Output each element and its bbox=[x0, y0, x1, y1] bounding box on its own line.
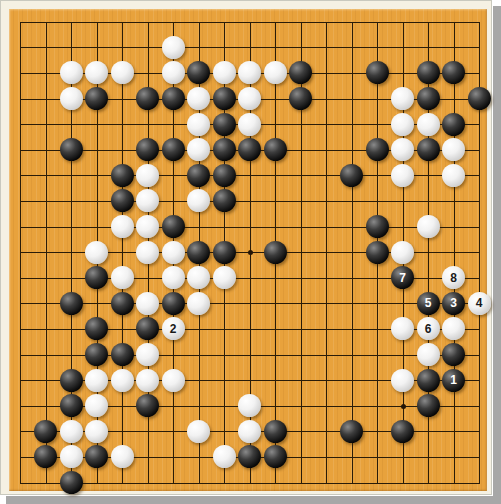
board-point[interactable] bbox=[186, 111, 212, 137]
white-stone[interactable] bbox=[111, 369, 134, 392]
board-point[interactable] bbox=[135, 418, 161, 444]
board-point[interactable] bbox=[237, 367, 263, 393]
board-point[interactable] bbox=[109, 35, 135, 61]
board-point[interactable] bbox=[288, 367, 314, 393]
board-point[interactable] bbox=[466, 393, 492, 419]
board-point[interactable] bbox=[84, 162, 110, 188]
board-point[interactable]: 3 bbox=[441, 290, 467, 316]
black-stone[interactable] bbox=[289, 87, 312, 110]
board-point[interactable] bbox=[84, 342, 110, 368]
board-point[interactable] bbox=[237, 214, 263, 240]
board-point[interactable] bbox=[339, 9, 365, 35]
board-point[interactable] bbox=[135, 367, 161, 393]
board-point[interactable] bbox=[237, 290, 263, 316]
board-point[interactable] bbox=[84, 239, 110, 265]
black-stone[interactable] bbox=[187, 241, 210, 264]
board-point[interactable] bbox=[288, 35, 314, 61]
board-point[interactable] bbox=[262, 342, 288, 368]
board-point[interactable] bbox=[58, 470, 84, 496]
board-point[interactable] bbox=[262, 60, 288, 86]
board-point[interactable] bbox=[160, 265, 186, 291]
board-point[interactable] bbox=[33, 111, 59, 137]
board-point[interactable] bbox=[313, 290, 339, 316]
black-stone[interactable]: 3 bbox=[442, 292, 465, 315]
black-stone[interactable] bbox=[340, 420, 363, 443]
board-point[interactable] bbox=[288, 137, 314, 163]
white-stone[interactable] bbox=[238, 420, 261, 443]
board-point[interactable] bbox=[211, 418, 237, 444]
board-point[interactable] bbox=[186, 239, 212, 265]
board-point[interactable] bbox=[415, 367, 441, 393]
black-stone[interactable] bbox=[85, 266, 108, 289]
board-point[interactable] bbox=[466, 239, 492, 265]
board-point[interactable] bbox=[211, 290, 237, 316]
board-point[interactable] bbox=[441, 342, 467, 368]
board-point[interactable] bbox=[160, 418, 186, 444]
board-point[interactable] bbox=[109, 214, 135, 240]
board-point[interactable] bbox=[58, 86, 84, 112]
board-point[interactable] bbox=[262, 137, 288, 163]
black-stone[interactable] bbox=[264, 445, 287, 468]
board-point[interactable] bbox=[84, 9, 110, 35]
board-point[interactable] bbox=[160, 214, 186, 240]
board-point[interactable] bbox=[160, 470, 186, 496]
black-stone[interactable] bbox=[468, 87, 491, 110]
board-point[interactable] bbox=[237, 239, 263, 265]
board-point[interactable] bbox=[415, 35, 441, 61]
board-point[interactable] bbox=[262, 214, 288, 240]
board-point[interactable] bbox=[58, 367, 84, 393]
board-point[interactable] bbox=[390, 86, 416, 112]
board-point[interactable] bbox=[466, 35, 492, 61]
board-point[interactable] bbox=[135, 342, 161, 368]
white-stone[interactable] bbox=[391, 87, 414, 110]
white-stone[interactable]: 8 bbox=[442, 266, 465, 289]
white-stone[interactable] bbox=[85, 241, 108, 264]
board-point[interactable] bbox=[135, 470, 161, 496]
white-stone[interactable] bbox=[391, 113, 414, 136]
board-point[interactable] bbox=[466, 418, 492, 444]
black-stone[interactable] bbox=[34, 445, 57, 468]
board-point[interactable] bbox=[160, 367, 186, 393]
board-point[interactable] bbox=[186, 9, 212, 35]
black-stone[interactable] bbox=[136, 317, 159, 340]
white-stone[interactable] bbox=[213, 266, 236, 289]
board-point[interactable] bbox=[288, 214, 314, 240]
board-point[interactable] bbox=[364, 393, 390, 419]
black-stone[interactable] bbox=[60, 292, 83, 315]
board-point[interactable] bbox=[58, 35, 84, 61]
white-stone[interactable] bbox=[136, 241, 159, 264]
board-point[interactable] bbox=[135, 214, 161, 240]
board-point[interactable] bbox=[160, 342, 186, 368]
board-point[interactable] bbox=[84, 393, 110, 419]
board-point[interactable]: 2 bbox=[160, 316, 186, 342]
board-point[interactable] bbox=[339, 188, 365, 214]
board-point[interactable] bbox=[58, 9, 84, 35]
black-stone[interactable] bbox=[417, 394, 440, 417]
board-point[interactable] bbox=[339, 60, 365, 86]
white-stone[interactable] bbox=[417, 113, 440, 136]
white-stone[interactable] bbox=[391, 138, 414, 161]
black-stone[interactable] bbox=[111, 343, 134, 366]
board-point[interactable] bbox=[364, 342, 390, 368]
black-stone[interactable] bbox=[442, 61, 465, 84]
board-point[interactable] bbox=[415, 162, 441, 188]
board-point[interactable] bbox=[186, 393, 212, 419]
board-point[interactable] bbox=[390, 214, 416, 240]
board-point[interactable] bbox=[135, 444, 161, 470]
black-stone[interactable] bbox=[85, 343, 108, 366]
board-point[interactable] bbox=[288, 86, 314, 112]
board-point[interactable] bbox=[237, 188, 263, 214]
black-stone[interactable] bbox=[213, 241, 236, 264]
board-point[interactable] bbox=[262, 367, 288, 393]
board-point[interactable] bbox=[390, 60, 416, 86]
white-stone[interactable] bbox=[111, 266, 134, 289]
board-point[interactable] bbox=[135, 86, 161, 112]
white-stone[interactable]: 4 bbox=[468, 292, 491, 315]
board-point[interactable] bbox=[313, 265, 339, 291]
board-point[interactable] bbox=[262, 470, 288, 496]
white-stone[interactable] bbox=[442, 138, 465, 161]
board-point[interactable] bbox=[364, 444, 390, 470]
board-point[interactable] bbox=[262, 316, 288, 342]
board-point[interactable] bbox=[415, 342, 441, 368]
board-point[interactable] bbox=[33, 444, 59, 470]
board-point[interactable]: 1 bbox=[441, 367, 467, 393]
black-stone[interactable] bbox=[213, 138, 236, 161]
board-point[interactable] bbox=[109, 162, 135, 188]
board-point[interactable] bbox=[186, 342, 212, 368]
board-point[interactable] bbox=[364, 316, 390, 342]
black-stone[interactable] bbox=[162, 215, 185, 238]
board-point[interactable] bbox=[313, 86, 339, 112]
board-point[interactable] bbox=[58, 60, 84, 86]
black-stone[interactable] bbox=[264, 138, 287, 161]
board-point[interactable] bbox=[237, 111, 263, 137]
board-point[interactable] bbox=[7, 470, 33, 496]
black-stone[interactable] bbox=[366, 138, 389, 161]
board-point[interactable] bbox=[58, 111, 84, 137]
board-point[interactable] bbox=[313, 316, 339, 342]
board-point[interactable] bbox=[211, 60, 237, 86]
black-stone[interactable] bbox=[162, 292, 185, 315]
board-point[interactable] bbox=[135, 9, 161, 35]
black-stone[interactable]: 1 bbox=[442, 369, 465, 392]
board-point[interactable] bbox=[7, 265, 33, 291]
black-stone[interactable] bbox=[417, 87, 440, 110]
board-point[interactable] bbox=[135, 290, 161, 316]
board-point[interactable] bbox=[390, 188, 416, 214]
white-stone[interactable] bbox=[187, 113, 210, 136]
board-point[interactable] bbox=[313, 393, 339, 419]
black-stone[interactable] bbox=[366, 61, 389, 84]
board-point[interactable] bbox=[288, 290, 314, 316]
board-point[interactable] bbox=[466, 162, 492, 188]
board-point[interactable] bbox=[33, 265, 59, 291]
white-stone[interactable] bbox=[136, 215, 159, 238]
board-point[interactable] bbox=[288, 239, 314, 265]
board-point[interactable] bbox=[186, 316, 212, 342]
black-stone[interactable] bbox=[136, 87, 159, 110]
board-point[interactable] bbox=[211, 265, 237, 291]
board-point[interactable] bbox=[33, 60, 59, 86]
white-stone[interactable] bbox=[136, 292, 159, 315]
board-point[interactable] bbox=[160, 111, 186, 137]
board-point[interactable] bbox=[237, 444, 263, 470]
white-stone[interactable] bbox=[111, 215, 134, 238]
board-point[interactable] bbox=[441, 418, 467, 444]
board-point[interactable] bbox=[415, 60, 441, 86]
black-stone[interactable] bbox=[417, 369, 440, 392]
board-point[interactable] bbox=[7, 290, 33, 316]
board-point[interactable] bbox=[415, 86, 441, 112]
board-point[interactable] bbox=[441, 393, 467, 419]
board-point[interactable] bbox=[33, 162, 59, 188]
white-stone[interactable] bbox=[162, 369, 185, 392]
black-stone[interactable] bbox=[60, 138, 83, 161]
board-point[interactable] bbox=[84, 265, 110, 291]
board-point[interactable] bbox=[415, 9, 441, 35]
board-point[interactable] bbox=[390, 239, 416, 265]
board-point[interactable] bbox=[135, 239, 161, 265]
board-point[interactable] bbox=[339, 290, 365, 316]
board-point[interactable] bbox=[364, 9, 390, 35]
board-point[interactable] bbox=[339, 367, 365, 393]
board-point[interactable] bbox=[7, 111, 33, 137]
board-point[interactable] bbox=[7, 86, 33, 112]
board-point[interactable] bbox=[135, 316, 161, 342]
white-stone[interactable] bbox=[213, 445, 236, 468]
board-point[interactable] bbox=[186, 214, 212, 240]
board-point[interactable] bbox=[339, 86, 365, 112]
white-stone[interactable] bbox=[85, 61, 108, 84]
board-point[interactable] bbox=[160, 393, 186, 419]
board-point[interactable] bbox=[58, 265, 84, 291]
board-point[interactable] bbox=[33, 188, 59, 214]
board-point[interactable] bbox=[84, 444, 110, 470]
white-stone[interactable] bbox=[60, 87, 83, 110]
board-point[interactable] bbox=[186, 86, 212, 112]
board-point[interactable] bbox=[109, 60, 135, 86]
board-point[interactable] bbox=[364, 188, 390, 214]
board-point[interactable] bbox=[211, 137, 237, 163]
board-point[interactable] bbox=[288, 316, 314, 342]
board-point[interactable] bbox=[33, 9, 59, 35]
board-point[interactable] bbox=[313, 162, 339, 188]
board-point[interactable] bbox=[364, 111, 390, 137]
black-stone[interactable] bbox=[111, 164, 134, 187]
board-point[interactable] bbox=[211, 35, 237, 61]
board-point[interactable] bbox=[313, 367, 339, 393]
board-point[interactable] bbox=[7, 444, 33, 470]
board-point[interactable] bbox=[237, 86, 263, 112]
board-point[interactable] bbox=[109, 342, 135, 368]
white-stone[interactable] bbox=[187, 292, 210, 315]
board-point[interactable] bbox=[364, 239, 390, 265]
board-point[interactable] bbox=[33, 316, 59, 342]
board-point[interactable] bbox=[160, 290, 186, 316]
white-stone[interactable]: 2 bbox=[162, 317, 185, 340]
board-point[interactable] bbox=[441, 111, 467, 137]
board-point[interactable] bbox=[237, 162, 263, 188]
white-stone[interactable]: 6 bbox=[417, 317, 440, 340]
board-point[interactable] bbox=[211, 111, 237, 137]
board-point[interactable] bbox=[211, 9, 237, 35]
white-stone[interactable] bbox=[162, 241, 185, 264]
board-point[interactable] bbox=[313, 60, 339, 86]
board-point[interactable] bbox=[84, 214, 110, 240]
black-stone[interactable]: 5 bbox=[417, 292, 440, 315]
board-point[interactable] bbox=[58, 393, 84, 419]
board-point[interactable] bbox=[186, 418, 212, 444]
board-point[interactable] bbox=[415, 214, 441, 240]
white-stone[interactable] bbox=[417, 343, 440, 366]
white-stone[interactable] bbox=[162, 36, 185, 59]
board-point[interactable] bbox=[339, 342, 365, 368]
board-point[interactable] bbox=[211, 162, 237, 188]
board-point[interactable] bbox=[109, 367, 135, 393]
board-point[interactable] bbox=[364, 470, 390, 496]
black-stone[interactable] bbox=[111, 292, 134, 315]
board-point[interactable] bbox=[58, 188, 84, 214]
white-stone[interactable] bbox=[391, 317, 414, 340]
board-point[interactable] bbox=[7, 9, 33, 35]
board-point[interactable] bbox=[237, 60, 263, 86]
board-point[interactable] bbox=[211, 86, 237, 112]
board-point[interactable] bbox=[415, 265, 441, 291]
board-point[interactable] bbox=[262, 290, 288, 316]
board-point[interactable] bbox=[415, 393, 441, 419]
black-stone[interactable] bbox=[136, 394, 159, 417]
board-point[interactable] bbox=[441, 470, 467, 496]
board-point[interactable] bbox=[109, 188, 135, 214]
board-point[interactable] bbox=[211, 239, 237, 265]
board-point[interactable] bbox=[364, 290, 390, 316]
board-point[interactable] bbox=[364, 418, 390, 444]
board-point[interactable] bbox=[262, 86, 288, 112]
board-point[interactable] bbox=[7, 162, 33, 188]
board-point[interactable] bbox=[441, 60, 467, 86]
white-stone[interactable] bbox=[417, 215, 440, 238]
board-point[interactable] bbox=[58, 418, 84, 444]
board-point[interactable] bbox=[58, 342, 84, 368]
board-point[interactable] bbox=[466, 367, 492, 393]
board-point[interactable] bbox=[339, 111, 365, 137]
board-point[interactable] bbox=[135, 137, 161, 163]
white-stone[interactable] bbox=[187, 87, 210, 110]
board-point[interactable] bbox=[466, 265, 492, 291]
board-point[interactable] bbox=[33, 290, 59, 316]
board-point[interactable] bbox=[186, 60, 212, 86]
board-point[interactable] bbox=[211, 316, 237, 342]
board-point[interactable] bbox=[109, 111, 135, 137]
board-point[interactable] bbox=[313, 470, 339, 496]
board-point[interactable] bbox=[33, 214, 59, 240]
board-point[interactable] bbox=[135, 111, 161, 137]
white-stone[interactable] bbox=[85, 369, 108, 392]
board-point[interactable] bbox=[441, 214, 467, 240]
white-stone[interactable] bbox=[111, 61, 134, 84]
white-stone[interactable] bbox=[85, 394, 108, 417]
board-point[interactable] bbox=[33, 393, 59, 419]
black-stone[interactable] bbox=[187, 164, 210, 187]
black-stone[interactable] bbox=[34, 420, 57, 443]
board-point[interactable] bbox=[160, 9, 186, 35]
board-point[interactable] bbox=[262, 35, 288, 61]
board-point[interactable] bbox=[313, 418, 339, 444]
white-stone[interactable] bbox=[187, 189, 210, 212]
board-point[interactable] bbox=[160, 35, 186, 61]
board-point[interactable] bbox=[7, 393, 33, 419]
board-point[interactable] bbox=[288, 393, 314, 419]
board-point[interactable] bbox=[237, 316, 263, 342]
black-stone[interactable] bbox=[213, 164, 236, 187]
board-point[interactable] bbox=[33, 86, 59, 112]
board-point[interactable] bbox=[109, 86, 135, 112]
black-stone[interactable] bbox=[264, 241, 287, 264]
board-point[interactable] bbox=[441, 239, 467, 265]
black-stone[interactable] bbox=[238, 138, 261, 161]
white-stone[interactable] bbox=[136, 164, 159, 187]
board-point[interactable] bbox=[441, 35, 467, 61]
board-point[interactable] bbox=[33, 137, 59, 163]
white-stone[interactable] bbox=[442, 317, 465, 340]
board-point[interactable] bbox=[415, 470, 441, 496]
white-stone[interactable] bbox=[111, 445, 134, 468]
black-stone[interactable] bbox=[60, 471, 83, 494]
board-point[interactable] bbox=[109, 444, 135, 470]
board-point[interactable] bbox=[339, 418, 365, 444]
board-point[interactable] bbox=[288, 111, 314, 137]
board-point[interactable] bbox=[84, 35, 110, 61]
board-point[interactable] bbox=[58, 137, 84, 163]
black-stone[interactable] bbox=[366, 215, 389, 238]
board-point[interactable] bbox=[466, 188, 492, 214]
white-stone[interactable] bbox=[187, 420, 210, 443]
black-stone[interactable] bbox=[442, 113, 465, 136]
board-point[interactable] bbox=[84, 111, 110, 137]
board-point[interactable] bbox=[33, 418, 59, 444]
board-point[interactable] bbox=[441, 316, 467, 342]
board-point[interactable] bbox=[466, 137, 492, 163]
white-stone[interactable] bbox=[264, 61, 287, 84]
board-point[interactable] bbox=[441, 188, 467, 214]
board-point[interactable] bbox=[415, 418, 441, 444]
board-point[interactable] bbox=[415, 111, 441, 137]
board-point[interactable] bbox=[58, 444, 84, 470]
board-point[interactable] bbox=[7, 316, 33, 342]
board-point[interactable] bbox=[313, 214, 339, 240]
board-point[interactable] bbox=[33, 35, 59, 61]
board-point[interactable] bbox=[109, 470, 135, 496]
board-point[interactable] bbox=[390, 418, 416, 444]
white-stone[interactable] bbox=[60, 420, 83, 443]
board-point[interactable] bbox=[466, 86, 492, 112]
black-stone[interactable] bbox=[60, 394, 83, 417]
black-stone[interactable] bbox=[213, 87, 236, 110]
board-point[interactable] bbox=[466, 342, 492, 368]
board-point[interactable] bbox=[160, 60, 186, 86]
board-point[interactable] bbox=[288, 342, 314, 368]
board-point[interactable] bbox=[135, 188, 161, 214]
board-point[interactable] bbox=[109, 265, 135, 291]
white-stone[interactable] bbox=[391, 164, 414, 187]
board-point[interactable] bbox=[313, 444, 339, 470]
board-point[interactable] bbox=[415, 188, 441, 214]
board-point[interactable] bbox=[211, 444, 237, 470]
